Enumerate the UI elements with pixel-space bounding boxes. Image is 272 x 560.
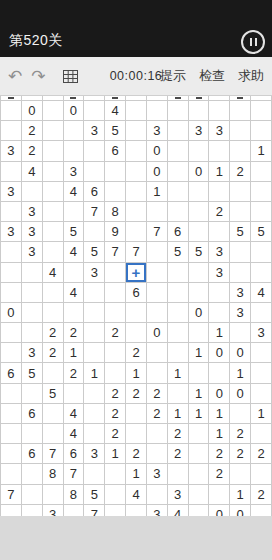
cell-r1c1[interactable]: 2 bbox=[22, 121, 43, 141]
toolbar-actions: 提示 检查 求助 bbox=[160, 67, 264, 85]
cell-r20c6[interactable] bbox=[126, 505, 147, 516]
cell-r19c8[interactable]: 3 bbox=[168, 485, 189, 505]
cell-r13c0[interactable]: 6 bbox=[1, 363, 22, 383]
cell-r14c10[interactable]: 0 bbox=[209, 384, 230, 404]
cell-r9c6[interactable]: 6 bbox=[126, 283, 147, 303]
cut-digit-bottom bbox=[196, 97, 202, 99]
cell-r10c4[interactable] bbox=[84, 303, 105, 323]
cell-r3c12[interactable] bbox=[251, 162, 272, 182]
cell-r9c1[interactable] bbox=[22, 283, 43, 303]
cell-r12c9[interactable]: 1 bbox=[189, 343, 210, 363]
cell-r12c5[interactable] bbox=[105, 343, 126, 363]
cell-r9c10[interactable] bbox=[209, 283, 230, 303]
cell-r14c6[interactable]: 2 bbox=[126, 384, 147, 404]
cell-r3c6[interactable] bbox=[126, 162, 147, 182]
cell-r0c2[interactable] bbox=[43, 101, 64, 121]
cell-r10c9[interactable]: 0 bbox=[189, 303, 210, 323]
cell-r19c0[interactable]: 7 bbox=[1, 485, 22, 505]
cell-r6c12[interactable]: 5 bbox=[251, 222, 272, 242]
cell-r4c12[interactable] bbox=[251, 182, 272, 202]
cell-r14c8[interactable] bbox=[168, 384, 189, 404]
cell-r5c2[interactable] bbox=[43, 202, 64, 222]
cell-r16c10[interactable]: 1 bbox=[209, 424, 230, 444]
title-bar: 第520关 bbox=[0, 0, 272, 57]
cell-r20c0[interactable] bbox=[1, 505, 22, 516]
cell-r11c10[interactable]: 1 bbox=[209, 323, 230, 343]
cell-r12c0[interactable] bbox=[1, 343, 22, 363]
cell-r18c12[interactable] bbox=[251, 464, 272, 484]
cell-r8c8[interactable] bbox=[168, 263, 189, 283]
cell-r10c0[interactable]: 0 bbox=[1, 303, 22, 323]
pause-button[interactable] bbox=[241, 30, 265, 54]
cell-r13c10[interactable] bbox=[209, 363, 230, 383]
cell-r8c7[interactable] bbox=[147, 263, 168, 283]
cell-r8c0[interactable] bbox=[1, 263, 22, 283]
cell-r6c10[interactable] bbox=[209, 222, 230, 242]
undo-icon[interactable]: ↶ bbox=[8, 68, 22, 85]
cell-r17c7[interactable] bbox=[147, 444, 168, 464]
cell-r13c12[interactable] bbox=[251, 363, 272, 383]
cell-r15c4[interactable] bbox=[84, 404, 105, 424]
cell-r7c9[interactable]: 5 bbox=[189, 242, 210, 262]
cell-r1c11[interactable] bbox=[230, 121, 251, 141]
cell-r10c8[interactable] bbox=[168, 303, 189, 323]
cell-r18c2[interactable]: 8 bbox=[43, 464, 64, 484]
cell-r17c5[interactable]: 1 bbox=[105, 444, 126, 464]
cell-r8c5[interactable] bbox=[105, 263, 126, 283]
cell-r3c3[interactable]: 3 bbox=[64, 162, 85, 182]
cut-digit-bottom bbox=[70, 97, 76, 99]
cell-r20c8[interactable]: 4 bbox=[168, 505, 189, 516]
cell-r20c5[interactable] bbox=[105, 505, 126, 516]
cell-r1c9[interactable]: 3 bbox=[189, 121, 210, 141]
cell-r11c5[interactable]: 2 bbox=[105, 323, 126, 343]
cell-r15c7[interactable]: 2 bbox=[147, 404, 168, 424]
cell-r2c0[interactable]: 3 bbox=[1, 141, 22, 161]
cell-r5c5[interactable]: 8 bbox=[105, 202, 126, 222]
cell-r15c11[interactable] bbox=[230, 404, 251, 424]
cell-r2c9[interactable] bbox=[189, 141, 210, 161]
cell-r19c7[interactable] bbox=[147, 485, 168, 505]
cell-r19c6[interactable]: 4 bbox=[126, 485, 147, 505]
cell-r18c5[interactable] bbox=[105, 464, 126, 484]
cell-r11c9[interactable] bbox=[189, 323, 210, 343]
cell-r12c8[interactable] bbox=[168, 343, 189, 363]
cell-r2c3[interactable] bbox=[64, 141, 85, 161]
cell-r15c2[interactable] bbox=[43, 404, 64, 424]
cut-digit-bottom bbox=[237, 97, 243, 99]
cell-r2c12[interactable]: 1 bbox=[251, 141, 272, 161]
cell-r16c5[interactable]: 2 bbox=[105, 424, 126, 444]
cell-r9c7[interactable] bbox=[147, 283, 168, 303]
cell-r0c11[interactable] bbox=[230, 101, 251, 121]
cell-r20c2[interactable]: 3 bbox=[43, 505, 64, 516]
cell-r0c1[interactable]: 0 bbox=[22, 101, 43, 121]
pause-icon bbox=[255, 38, 257, 46]
cell-r15c8[interactable]: 1 bbox=[168, 404, 189, 424]
cell-r7c7[interactable] bbox=[147, 242, 168, 262]
cell-r4c11[interactable] bbox=[230, 182, 251, 202]
cell-r4c8[interactable] bbox=[168, 182, 189, 202]
cell-r4c7[interactable]: 1 bbox=[147, 182, 168, 202]
cell-r1c10[interactable]: 3 bbox=[209, 121, 230, 141]
cell-r1c12[interactable] bbox=[251, 121, 272, 141]
cell-r5c12[interactable] bbox=[251, 202, 272, 222]
cell-r18c7[interactable]: 3 bbox=[147, 464, 168, 484]
cell-r7c3[interactable]: 4 bbox=[64, 242, 85, 262]
cell-r10c2[interactable] bbox=[43, 303, 64, 323]
cell-r4c10[interactable] bbox=[209, 182, 230, 202]
cell-r16c11[interactable]: 2 bbox=[230, 424, 251, 444]
cell-r19c3[interactable]: 8 bbox=[64, 485, 85, 505]
cell-r0c6[interactable] bbox=[126, 101, 147, 121]
cell-r15c3[interactable]: 4 bbox=[64, 404, 85, 424]
cell-r7c10[interactable]: 3 bbox=[209, 242, 230, 262]
cell-r7c8[interactable]: 5 bbox=[168, 242, 189, 262]
cell-r15c1[interactable]: 6 bbox=[22, 404, 43, 424]
cell-r10c7[interactable] bbox=[147, 303, 168, 323]
cell-r0c0[interactable] bbox=[1, 101, 22, 121]
cell-r10c1[interactable] bbox=[22, 303, 43, 323]
cell-r12c1[interactable]: 3 bbox=[22, 343, 43, 363]
cell-r17c6[interactable]: 2 bbox=[126, 444, 147, 464]
cell-r15c5[interactable]: 2 bbox=[105, 404, 126, 424]
cell-r11c1[interactable] bbox=[22, 323, 43, 343]
check-button[interactable]: 检查 bbox=[199, 67, 225, 85]
cell-r1c5[interactable]: 5 bbox=[105, 121, 126, 141]
cell-r3c2[interactable] bbox=[43, 162, 64, 182]
cell-r4c2[interactable] bbox=[43, 182, 64, 202]
cell-r0c10[interactable] bbox=[209, 101, 230, 121]
puzzle-board[interactable]: 0042353333260143001234613782335976553457… bbox=[0, 96, 272, 516]
cell-r13c2[interactable] bbox=[43, 363, 64, 383]
cell-r16c8[interactable]: 2 bbox=[168, 424, 189, 444]
cell-r13c11[interactable]: 1 bbox=[230, 363, 251, 383]
cell-r17c4[interactable]: 3 bbox=[84, 444, 105, 464]
cell-r8c11[interactable] bbox=[230, 263, 251, 283]
cell-r7c1[interactable]: 3 bbox=[22, 242, 43, 262]
cell-r6c7[interactable]: 7 bbox=[147, 222, 168, 242]
cell-r17c3[interactable]: 6 bbox=[64, 444, 85, 464]
cell-r9c8[interactable] bbox=[168, 283, 189, 303]
cut-digit-bottom bbox=[112, 97, 118, 99]
cell-r16c3[interactable]: 4 bbox=[64, 424, 85, 444]
cell-r7c4[interactable]: 5 bbox=[84, 242, 105, 262]
cell-r8c3[interactable] bbox=[64, 263, 85, 283]
cell-r15c9[interactable]: 1 bbox=[189, 404, 210, 424]
cell-r14c3[interactable] bbox=[64, 384, 85, 404]
cell-r18c4[interactable] bbox=[84, 464, 105, 484]
cut-digit-bottom bbox=[8, 97, 14, 99]
cell-r17c8[interactable]: 2 bbox=[168, 444, 189, 464]
cell-r10c10[interactable] bbox=[209, 303, 230, 323]
cell-r13c4[interactable]: 1 bbox=[84, 363, 105, 383]
cell-r0c3[interactable]: 0 bbox=[64, 101, 85, 121]
cell-r11c12[interactable]: 3 bbox=[251, 323, 272, 343]
cell-r13c8[interactable]: 1 bbox=[168, 363, 189, 383]
cell-r19c11[interactable]: 1 bbox=[230, 485, 251, 505]
cell-r5c9[interactable] bbox=[189, 202, 210, 222]
cell-r14c0[interactable] bbox=[1, 384, 22, 404]
cell-r16c12[interactable] bbox=[251, 424, 272, 444]
cell-r7c12[interactable] bbox=[251, 242, 272, 262]
cell-r17c12[interactable]: 2 bbox=[251, 444, 272, 464]
cell-r16c0[interactable] bbox=[1, 424, 22, 444]
cell-r9c2[interactable] bbox=[43, 283, 64, 303]
cell-r12c2[interactable]: 2 bbox=[43, 343, 64, 363]
cell-r2c6[interactable] bbox=[126, 141, 147, 161]
cell-r9c5[interactable] bbox=[105, 283, 126, 303]
cell-r15c12[interactable]: 1 bbox=[251, 404, 272, 424]
cell-r3c9[interactable]: 0 bbox=[189, 162, 210, 182]
cell-r11c7[interactable]: 0 bbox=[147, 323, 168, 343]
cell-r10c6[interactable] bbox=[126, 303, 147, 323]
cell-r14c4[interactable] bbox=[84, 384, 105, 404]
cell-r3c1[interactable]: 4 bbox=[22, 162, 43, 182]
cell-r13c9[interactable] bbox=[189, 363, 210, 383]
cell-r6c5[interactable]: 9 bbox=[105, 222, 126, 242]
cell-r12c6[interactable]: 2 bbox=[126, 343, 147, 363]
toolbar: ↶ ↷ 00:00:16 提示 检查 求助 bbox=[0, 57, 272, 96]
cell-r11c11[interactable] bbox=[230, 323, 251, 343]
cell-r9c11[interactable]: 3 bbox=[230, 283, 251, 303]
cell-r8c2[interactable]: 4 bbox=[43, 263, 64, 283]
cell-r7c6[interactable]: 7 bbox=[126, 242, 147, 262]
cell-r20c10[interactable]: 0 bbox=[209, 505, 230, 516]
cell-r7c11[interactable] bbox=[230, 242, 251, 262]
cell-r0c9[interactable] bbox=[189, 101, 210, 121]
cell-r20c11[interactable]: 0 bbox=[230, 505, 251, 516]
cell-r12c4[interactable] bbox=[84, 343, 105, 363]
cell-r17c1[interactable]: 6 bbox=[22, 444, 43, 464]
cell-r13c3[interactable]: 2 bbox=[64, 363, 85, 383]
cell-r3c11[interactable]: 2 bbox=[230, 162, 251, 182]
cell-r2c2[interactable] bbox=[43, 141, 64, 161]
cell-r3c7[interactable]: 0 bbox=[147, 162, 168, 182]
cell-r9c0[interactable] bbox=[1, 283, 22, 303]
cell-r20c7[interactable]: 3 bbox=[147, 505, 168, 516]
cell-r1c0[interactable] bbox=[1, 121, 22, 141]
cell-r14c2[interactable]: 5 bbox=[43, 384, 64, 404]
cell-r10c5[interactable] bbox=[105, 303, 126, 323]
cell-r19c10[interactable] bbox=[209, 485, 230, 505]
cell-r14c11[interactable]: 0 bbox=[230, 384, 251, 404]
cell-r6c9[interactable] bbox=[189, 222, 210, 242]
help-button[interactable]: 求助 bbox=[238, 67, 264, 85]
cell-r18c3[interactable]: 7 bbox=[64, 464, 85, 484]
cell-r20c9[interactable] bbox=[189, 505, 210, 516]
cell-r8c1[interactable] bbox=[22, 263, 43, 283]
cell-r3c4[interactable] bbox=[84, 162, 105, 182]
cell-r20c3[interactable] bbox=[64, 505, 85, 516]
cell-r14c5[interactable]: 2 bbox=[105, 384, 126, 404]
cell-r18c1[interactable] bbox=[22, 464, 43, 484]
cell-r5c6[interactable] bbox=[126, 202, 147, 222]
cell-r18c9[interactable] bbox=[189, 464, 210, 484]
cell-r6c6[interactable] bbox=[126, 222, 147, 242]
cell-r20c4[interactable]: 7 bbox=[84, 505, 105, 516]
cell-r11c2[interactable]: 2 bbox=[43, 323, 64, 343]
cell-r3c5[interactable] bbox=[105, 162, 126, 182]
cell-r13c7[interactable] bbox=[147, 363, 168, 383]
cell-r1c3[interactable] bbox=[64, 121, 85, 141]
cell-r11c3[interactable]: 2 bbox=[64, 323, 85, 343]
cell-r2c10[interactable] bbox=[209, 141, 230, 161]
cell-r5c7[interactable] bbox=[147, 202, 168, 222]
cell-r2c11[interactable] bbox=[230, 141, 251, 161]
cell-r16c4[interactable] bbox=[84, 424, 105, 444]
bottom-gutter bbox=[0, 516, 272, 560]
cell-r5c11[interactable] bbox=[230, 202, 251, 222]
cell-r4c0[interactable]: 3 bbox=[1, 182, 22, 202]
cell-r4c6[interactable] bbox=[126, 182, 147, 202]
cell-r4c3[interactable]: 4 bbox=[64, 182, 85, 202]
redo-icon[interactable]: ↷ bbox=[31, 68, 45, 85]
cell-r10c3[interactable] bbox=[64, 303, 85, 323]
cell-r17c2[interactable]: 7 bbox=[43, 444, 64, 464]
cell-r2c7[interactable]: 0 bbox=[147, 141, 168, 161]
cell-r4c1[interactable] bbox=[22, 182, 43, 202]
cell-r11c6[interactable] bbox=[126, 323, 147, 343]
hint-button[interactable]: 提示 bbox=[160, 67, 186, 85]
cell-r6c11[interactable]: 5 bbox=[230, 222, 251, 242]
cell-r6c2[interactable] bbox=[43, 222, 64, 242]
cell-r19c5[interactable] bbox=[105, 485, 126, 505]
cell-r8c4[interactable]: 3 bbox=[84, 263, 105, 283]
cell-r19c12[interactable]: 2 bbox=[251, 485, 272, 505]
cell-r5c10[interactable]: 2 bbox=[209, 202, 230, 222]
cell-r5c3[interactable] bbox=[64, 202, 85, 222]
cell-r2c5[interactable]: 6 bbox=[105, 141, 126, 161]
cell-r1c4[interactable]: 3 bbox=[84, 121, 105, 141]
cell-r4c9[interactable] bbox=[189, 182, 210, 202]
cell-r14c12[interactable] bbox=[251, 384, 272, 404]
cell-r6c0[interactable]: 3 bbox=[1, 222, 22, 242]
cell-r8c10[interactable]: 3 bbox=[209, 263, 230, 283]
cell-r14c7[interactable]: 2 bbox=[147, 384, 168, 404]
cell-r14c9[interactable]: 1 bbox=[189, 384, 210, 404]
cell-r14c1[interactable] bbox=[22, 384, 43, 404]
cell-r2c1[interactable]: 2 bbox=[22, 141, 43, 161]
cell-r17c9[interactable] bbox=[189, 444, 210, 464]
cell-r11c4[interactable] bbox=[84, 323, 105, 343]
cell-r16c9[interactable] bbox=[189, 424, 210, 444]
cell-r6c1[interactable]: 3 bbox=[22, 222, 43, 242]
cell-r12c7[interactable] bbox=[147, 343, 168, 363]
cell-r5c1[interactable]: 3 bbox=[22, 202, 43, 222]
cell-r19c4[interactable]: 5 bbox=[84, 485, 105, 505]
cell-r12c11[interactable]: 0 bbox=[230, 343, 251, 363]
cell-r10c11[interactable]: 3 bbox=[230, 303, 251, 323]
cell-r6c4[interactable] bbox=[84, 222, 105, 242]
cell-r17c0[interactable] bbox=[1, 444, 22, 464]
cell-r16c2[interactable] bbox=[43, 424, 64, 444]
cut-digit-bottom bbox=[175, 97, 181, 99]
cell-r5c8[interactable] bbox=[168, 202, 189, 222]
cell-r5c0[interactable] bbox=[1, 202, 22, 222]
cell-r20c1[interactable] bbox=[22, 505, 43, 516]
cell-r18c10[interactable]: 2 bbox=[209, 464, 230, 484]
cell-r1c8[interactable] bbox=[168, 121, 189, 141]
cell-r19c2[interactable] bbox=[43, 485, 64, 505]
cell-r3c0[interactable] bbox=[1, 162, 22, 182]
cell-r11c0[interactable] bbox=[1, 323, 22, 343]
cell-r18c0[interactable] bbox=[1, 464, 22, 484]
cell-r15c10[interactable]: 1 bbox=[209, 404, 230, 424]
cell-r0c7[interactable] bbox=[147, 101, 168, 121]
cell-r7c5[interactable]: 7 bbox=[105, 242, 126, 262]
pause-icon bbox=[250, 38, 252, 46]
cell-r4c5[interactable] bbox=[105, 182, 126, 202]
cell-r16c6[interactable] bbox=[126, 424, 147, 444]
cell-r9c3[interactable]: 4 bbox=[64, 283, 85, 303]
cell-r12c3[interactable]: 1 bbox=[64, 343, 85, 363]
cell-r12c12[interactable] bbox=[251, 343, 272, 363]
cell-r3c8[interactable] bbox=[168, 162, 189, 182]
cell-r9c4[interactable] bbox=[84, 283, 105, 303]
cell-r12c10[interactable]: 0 bbox=[209, 343, 230, 363]
cell-r18c8[interactable] bbox=[168, 464, 189, 484]
cell-r0c5[interactable]: 4 bbox=[105, 101, 126, 121]
cell-r2c8[interactable] bbox=[168, 141, 189, 161]
cell-r0c8[interactable] bbox=[168, 101, 189, 121]
cell-r13c6[interactable]: 1 bbox=[126, 363, 147, 383]
cell-r15c0[interactable] bbox=[1, 404, 22, 424]
cell-r6c8[interactable]: 6 bbox=[168, 222, 189, 242]
cell-r0c4[interactable] bbox=[84, 101, 105, 121]
cell-r7c0[interactable] bbox=[1, 242, 22, 262]
selected-cell-r8c6[interactable]: + bbox=[126, 263, 147, 283]
cell-r20c12[interactable] bbox=[251, 505, 272, 516]
cell-r8c9[interactable] bbox=[189, 263, 210, 283]
cell-r11c8[interactable] bbox=[168, 323, 189, 343]
cell-r9c12[interactable]: 4 bbox=[251, 283, 272, 303]
cell-r13c5[interactable] bbox=[105, 363, 126, 383]
cell-r10c12[interactable] bbox=[251, 303, 272, 323]
cell-r16c7[interactable] bbox=[147, 424, 168, 444]
cell-r1c7[interactable]: 3 bbox=[147, 121, 168, 141]
cell-r18c11[interactable] bbox=[230, 464, 251, 484]
cell-r1c6[interactable] bbox=[126, 121, 147, 141]
cell-r8c12[interactable] bbox=[251, 263, 272, 283]
timer: 00:00:16 bbox=[110, 69, 163, 83]
cell-r9c9[interactable] bbox=[189, 283, 210, 303]
cell-r3c10[interactable]: 1 bbox=[209, 162, 230, 182]
cell-r15c6[interactable] bbox=[126, 404, 147, 424]
cell-r13c1[interactable]: 5 bbox=[22, 363, 43, 383]
cell-r18c6[interactable]: 1 bbox=[126, 464, 147, 484]
cell-r2c4[interactable] bbox=[84, 141, 105, 161]
cell-r0c12[interactable] bbox=[251, 101, 272, 121]
grid-icon[interactable] bbox=[63, 70, 78, 83]
cell-r6c3[interactable]: 5 bbox=[64, 222, 85, 242]
cell-r17c10[interactable]: 2 bbox=[209, 444, 230, 464]
cell-r1c2[interactable] bbox=[43, 121, 64, 141]
cell-r17c11[interactable]: 2 bbox=[230, 444, 251, 464]
cell-r7c2[interactable] bbox=[43, 242, 64, 262]
cell-r19c1[interactable] bbox=[22, 485, 43, 505]
cell-r16c1[interactable] bbox=[22, 424, 43, 444]
cell-r19c9[interactable] bbox=[189, 485, 210, 505]
cell-r5c4[interactable]: 7 bbox=[84, 202, 105, 222]
cell-r4c4[interactable]: 6 bbox=[84, 182, 105, 202]
level-title: 第520关 bbox=[9, 32, 63, 50]
